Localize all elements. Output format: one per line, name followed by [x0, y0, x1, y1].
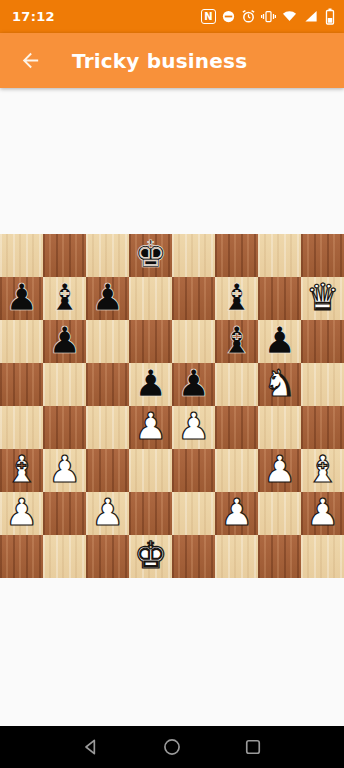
- nav-recents-icon: [243, 737, 263, 757]
- square-h1[interactable]: [301, 535, 344, 578]
- square-h5[interactable]: [301, 363, 344, 406]
- navigation-bar: [0, 726, 344, 768]
- square-e6[interactable]: [172, 320, 215, 363]
- nfc-icon: N: [201, 9, 216, 24]
- square-h4[interactable]: [301, 406, 344, 449]
- square-f2[interactable]: ♟: [215, 492, 258, 535]
- black-pawn: ♟: [5, 277, 38, 319]
- do-not-disturb-icon: [221, 9, 236, 24]
- square-h8[interactable]: [301, 234, 344, 277]
- square-a5[interactable]: [0, 363, 43, 406]
- black-pawn: ♟: [177, 363, 210, 405]
- square-c6[interactable]: [86, 320, 129, 363]
- black-bishop: ♝: [220, 277, 253, 319]
- phone-screen: 17:12 N: [0, 0, 344, 768]
- battery-icon: [324, 8, 336, 25]
- white-pawn: ♟: [306, 492, 339, 534]
- square-d7[interactable]: [129, 277, 172, 320]
- square-g6[interactable]: ♟: [258, 320, 301, 363]
- black-pawn: ♟: [48, 320, 81, 362]
- square-f8[interactable]: [215, 234, 258, 277]
- black-pawn: ♟: [134, 363, 167, 405]
- square-g1[interactable]: [258, 535, 301, 578]
- square-f6[interactable]: ♝: [215, 320, 258, 363]
- square-a3[interactable]: ♝: [0, 449, 43, 492]
- square-a4[interactable]: [0, 406, 43, 449]
- square-e1[interactable]: [172, 535, 215, 578]
- white-pawn: ♟: [177, 406, 210, 448]
- white-pawn: ♟: [134, 406, 167, 448]
- white-pawn: ♟: [5, 492, 38, 534]
- back-arrow-icon: [19, 49, 42, 72]
- black-pawn: ♟: [263, 320, 296, 362]
- square-a2[interactable]: ♟: [0, 492, 43, 535]
- cell-signal-icon: [303, 9, 319, 24]
- square-d3[interactable]: [129, 449, 172, 492]
- square-g7[interactable]: [258, 277, 301, 320]
- white-pawn: ♟: [220, 492, 253, 534]
- square-f1[interactable]: [215, 535, 258, 578]
- status-bar: 17:12 N: [0, 0, 344, 33]
- square-b2[interactable]: [43, 492, 86, 535]
- app-bar: Tricky business: [0, 33, 344, 88]
- status-icons: N: [201, 8, 336, 25]
- white-pawn: ♟: [263, 449, 296, 491]
- white-knight: ♞: [263, 363, 296, 405]
- white-queen: ♛: [306, 277, 339, 319]
- square-b8[interactable]: [43, 234, 86, 277]
- square-b4[interactable]: [43, 406, 86, 449]
- square-d8[interactable]: ♚: [129, 234, 172, 277]
- wifi-icon: [281, 9, 298, 24]
- square-c4[interactable]: [86, 406, 129, 449]
- square-e4[interactable]: ♟: [172, 406, 215, 449]
- content-area: ♚♟♝♟♝♛♟♝♟♟♟♞♟♟♝♟♟♝♟♟♟♟♚: [0, 234, 344, 768]
- alarm-icon: [241, 9, 256, 24]
- square-g3[interactable]: ♟: [258, 449, 301, 492]
- square-a8[interactable]: [0, 234, 43, 277]
- status-time: 17:12: [12, 9, 55, 24]
- square-e7[interactable]: [172, 277, 215, 320]
- square-c7[interactable]: ♟: [86, 277, 129, 320]
- white-king: ♚: [134, 535, 167, 577]
- square-d2[interactable]: [129, 492, 172, 535]
- square-h2[interactable]: ♟: [301, 492, 344, 535]
- square-a6[interactable]: [0, 320, 43, 363]
- nav-back-button[interactable]: [79, 735, 103, 759]
- black-pawn: ♟: [91, 277, 124, 319]
- square-c2[interactable]: ♟: [86, 492, 129, 535]
- square-b3[interactable]: ♟: [43, 449, 86, 492]
- chess-board[interactable]: ♚♟♝♟♝♛♟♝♟♟♟♞♟♟♝♟♟♝♟♟♟♟♚: [0, 234, 344, 578]
- square-e2[interactable]: [172, 492, 215, 535]
- square-b6[interactable]: ♟: [43, 320, 86, 363]
- square-e3[interactable]: [172, 449, 215, 492]
- square-h6[interactable]: [301, 320, 344, 363]
- square-b7[interactable]: ♝: [43, 277, 86, 320]
- square-a7[interactable]: ♟: [0, 277, 43, 320]
- black-bishop: ♝: [220, 320, 253, 362]
- square-g5[interactable]: ♞: [258, 363, 301, 406]
- back-button[interactable]: [17, 48, 43, 74]
- square-c5[interactable]: [86, 363, 129, 406]
- square-c3[interactable]: [86, 449, 129, 492]
- square-d1[interactable]: ♚: [129, 535, 172, 578]
- square-a1[interactable]: [0, 535, 43, 578]
- vibrate-icon: [261, 9, 276, 24]
- square-g4[interactable]: [258, 406, 301, 449]
- square-g8[interactable]: [258, 234, 301, 277]
- square-f5[interactable]: [215, 363, 258, 406]
- square-h7[interactable]: ♛: [301, 277, 344, 320]
- black-bishop: ♝: [48, 277, 81, 319]
- square-d4[interactable]: ♟: [129, 406, 172, 449]
- square-f7[interactable]: ♝: [215, 277, 258, 320]
- black-king: ♚: [134, 234, 167, 276]
- square-c8[interactable]: [86, 234, 129, 277]
- square-d5[interactable]: ♟: [129, 363, 172, 406]
- square-f4[interactable]: [215, 406, 258, 449]
- square-e8[interactable]: [172, 234, 215, 277]
- square-b5[interactable]: [43, 363, 86, 406]
- square-b1[interactable]: [43, 535, 86, 578]
- square-g2[interactable]: [258, 492, 301, 535]
- white-bishop: ♝: [306, 449, 339, 491]
- page-title: Tricky business: [72, 49, 247, 73]
- nav-home-icon: [162, 737, 182, 757]
- white-pawn: ♟: [48, 449, 81, 491]
- square-f3[interactable]: [215, 449, 258, 492]
- square-d6[interactable]: [129, 320, 172, 363]
- square-h3[interactable]: ♝: [301, 449, 344, 492]
- nav-home-button[interactable]: [160, 735, 184, 759]
- nav-back-icon: [81, 737, 101, 757]
- white-bishop: ♝: [5, 449, 38, 491]
- square-c1[interactable]: [86, 535, 129, 578]
- square-e5[interactable]: ♟: [172, 363, 215, 406]
- white-pawn: ♟: [91, 492, 124, 534]
- nav-recents-button[interactable]: [241, 735, 265, 759]
